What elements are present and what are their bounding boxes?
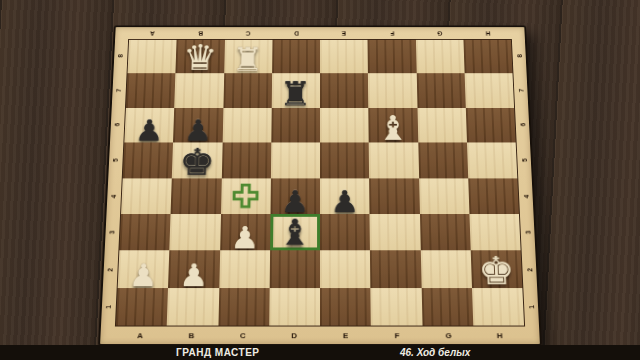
file-label-bottom-e: E: [320, 331, 371, 341]
file-label-bottom-h: H: [474, 331, 526, 341]
square-a8[interactable]: [127, 40, 176, 74]
square-b5[interactable]: ♚: [172, 143, 222, 178]
chess-board: ABCDEFGH ABCDEFGH 87654321 87654321 ♛♜♜♟…: [98, 25, 542, 346]
piece-white-queen[interactable]: ♛: [176, 41, 225, 76]
square-b4[interactable]: [171, 178, 222, 214]
piece-white-rook[interactable]: ♜: [224, 44, 273, 77]
square-e1[interactable]: [320, 288, 371, 326]
file-label-top-d: D: [272, 29, 320, 37]
square-b6[interactable]: ♟: [173, 108, 223, 143]
square-g3[interactable]: [419, 214, 470, 251]
square-h1[interactable]: [472, 288, 524, 326]
piece-black-bishop[interactable]: ♝: [273, 215, 317, 250]
file-label-bottom-g: G: [423, 331, 475, 341]
square-e3[interactable]: [320, 214, 370, 251]
move-from-cross-icon: [231, 182, 260, 209]
square-g5[interactable]: [418, 143, 468, 178]
file-label-top-g: G: [416, 29, 464, 37]
piece-black-rook[interactable]: ♜: [271, 77, 320, 110]
piece-white-bishop[interactable]: ♝: [369, 112, 418, 146]
square-a1[interactable]: [116, 288, 168, 326]
square-f6[interactable]: ♝: [369, 108, 418, 143]
square-g1[interactable]: [421, 288, 473, 326]
square-h8[interactable]: [463, 40, 512, 74]
square-h4[interactable]: [468, 178, 519, 214]
square-d5[interactable]: [271, 143, 320, 178]
square-e6[interactable]: [320, 108, 369, 143]
file-labels-bottom: ABCDEFGH: [114, 331, 526, 341]
board-frame: ABCDEFGH ABCDEFGH 87654321 87654321 ♛♜♜♟…: [98, 25, 542, 346]
square-f8[interactable]: [368, 40, 417, 74]
square-c5[interactable]: [221, 143, 271, 178]
square-g6[interactable]: [417, 108, 467, 143]
square-h5[interactable]: [467, 143, 518, 178]
square-b8[interactable]: ♛: [176, 40, 225, 74]
square-d3[interactable]: ♝: [270, 214, 320, 251]
square-c8[interactable]: ♜: [224, 40, 273, 74]
square-e7[interactable]: [320, 74, 369, 108]
square-e2[interactable]: [320, 251, 371, 288]
square-f7[interactable]: [368, 74, 417, 108]
square-d8[interactable]: [272, 40, 320, 74]
square-f5[interactable]: [369, 143, 419, 178]
piece-white-pawn[interactable]: ♟: [220, 223, 271, 254]
square-h3[interactable]: [469, 214, 520, 251]
player-level-label: ГРАНД МАСТЕР: [176, 345, 260, 360]
square-f4[interactable]: [369, 178, 419, 214]
square-e4[interactable]: ♟: [320, 178, 370, 214]
piece-white-king[interactable]: ♚: [471, 252, 523, 291]
file-label-bottom-d: D: [269, 331, 320, 341]
square-h7[interactable]: [464, 74, 514, 108]
square-d4[interactable]: ♟: [270, 178, 320, 214]
file-label-top-f: F: [368, 29, 416, 37]
square-c2[interactable]: [219, 251, 270, 288]
square-a7[interactable]: [126, 74, 176, 108]
square-c6[interactable]: [222, 108, 271, 143]
square-g8[interactable]: [415, 40, 464, 74]
square-a3[interactable]: [119, 214, 170, 251]
square-d6[interactable]: [271, 108, 320, 143]
piece-black-pawn[interactable]: ♟: [320, 186, 370, 216]
square-g4[interactable]: [419, 178, 470, 214]
piece-white-pawn[interactable]: ♟: [168, 259, 219, 290]
file-label-top-e: E: [320, 29, 368, 37]
square-f1[interactable]: [371, 288, 422, 326]
file-label-bottom-b: B: [166, 331, 218, 341]
file-label-bottom-a: A: [114, 331, 166, 341]
square-b2[interactable]: ♟: [168, 251, 219, 288]
square-d2[interactable]: [269, 251, 320, 288]
square-f3[interactable]: [370, 214, 421, 251]
square-c3[interactable]: ♟: [220, 214, 271, 251]
square-f2[interactable]: [370, 251, 421, 288]
file-label-bottom-c: C: [217, 331, 269, 341]
chess-board-grid: ♛♜♜♟♟♝♚♟♟♟♝♟♟♚: [115, 39, 525, 327]
piece-black-pawn[interactable]: ♟: [124, 116, 174, 145]
square-d7[interactable]: ♜: [271, 74, 320, 108]
piece-white-pawn[interactable]: ♟: [118, 259, 170, 290]
move-turn-label: 46. Ход белых: [400, 345, 470, 360]
file-label-top-b: B: [176, 29, 224, 37]
square-d1[interactable]: [269, 288, 320, 326]
square-g7[interactable]: [416, 74, 465, 108]
square-b1[interactable]: [167, 288, 219, 326]
file-label-bottom-f: F: [371, 331, 423, 341]
square-b3[interactable]: [170, 214, 221, 251]
square-h2[interactable]: ♚: [470, 251, 522, 288]
file-label-top-c: C: [224, 29, 272, 37]
square-c1[interactable]: [218, 288, 269, 326]
square-e5[interactable]: [320, 143, 369, 178]
file-label-top-h: H: [464, 29, 512, 37]
square-a4[interactable]: [121, 178, 172, 214]
piece-black-king[interactable]: ♚: [172, 144, 222, 181]
file-label-top-a: A: [128, 29, 176, 37]
square-c7[interactable]: [223, 74, 272, 108]
status-bar: ГРАНД МАСТЕР 46. Ход белых: [0, 345, 640, 360]
square-h6[interactable]: [466, 108, 516, 143]
square-e8[interactable]: [320, 40, 368, 74]
file-labels-top: ABCDEFGH: [128, 29, 512, 37]
square-b7[interactable]: [174, 74, 223, 108]
square-a2[interactable]: ♟: [118, 251, 170, 288]
square-a5[interactable]: [123, 143, 174, 178]
square-g2[interactable]: [420, 251, 471, 288]
square-a6[interactable]: ♟: [124, 108, 174, 143]
square-c4[interactable]: [221, 178, 271, 214]
